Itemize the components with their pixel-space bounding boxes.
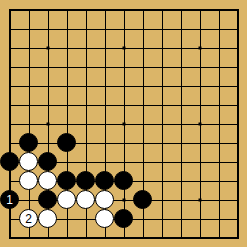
stone (95, 190, 114, 209)
stone (133, 190, 152, 209)
stone (114, 209, 133, 228)
stone (38, 171, 57, 190)
stone (57, 190, 76, 209)
stone (0, 152, 19, 171)
stone-move-2: 2 (19, 209, 38, 228)
stone (95, 171, 114, 190)
stone-move-1: 1 (0, 190, 19, 209)
stone (57, 171, 76, 190)
stone (19, 133, 38, 152)
stone (57, 133, 76, 152)
stone (38, 190, 57, 209)
stone (76, 190, 95, 209)
stone (38, 209, 57, 228)
stone (114, 171, 133, 190)
stones-layer: 12 (0, 0, 247, 247)
stone (38, 152, 57, 171)
go-board[interactable]: 12 (0, 0, 247, 247)
stone (76, 171, 95, 190)
stone (95, 209, 114, 228)
stone (19, 171, 38, 190)
stone (19, 152, 38, 171)
